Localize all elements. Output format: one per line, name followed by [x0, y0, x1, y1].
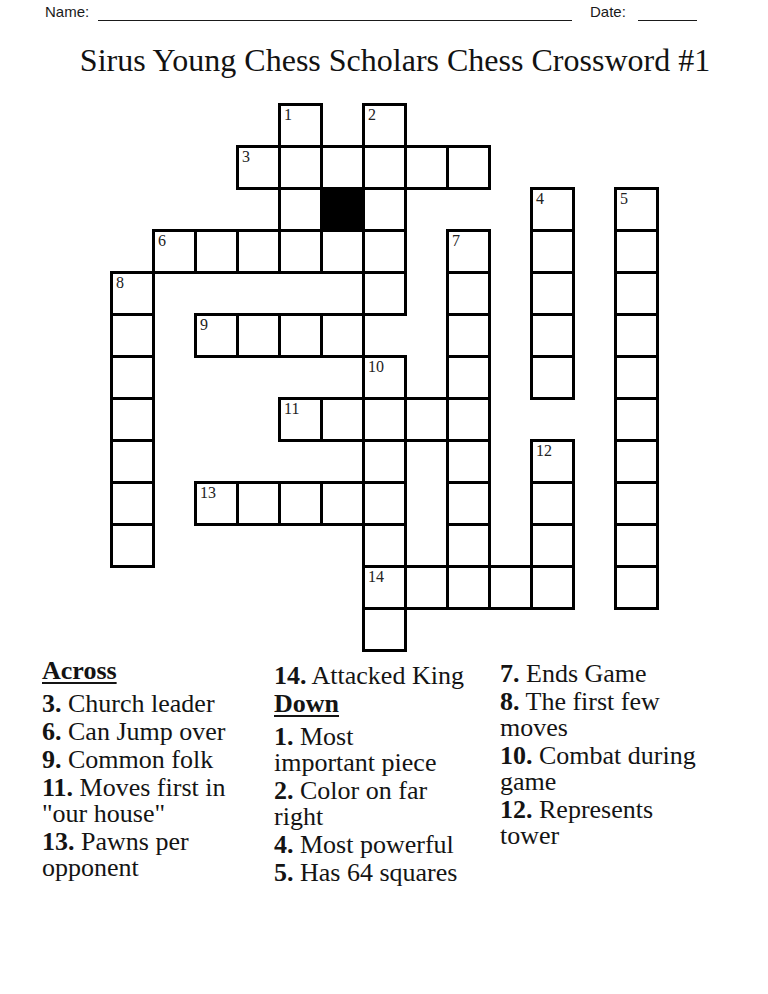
grid-cell[interactable]: 13: [194, 481, 239, 526]
grid-clue-number: 9: [200, 317, 208, 333]
clue-text-line: 12. Represents: [500, 797, 750, 823]
grid-cell[interactable]: 8: [110, 271, 155, 316]
grid-cell[interactable]: [110, 523, 155, 568]
clue-text-line: tower: [500, 823, 750, 849]
grid-cell[interactable]: [236, 229, 281, 274]
crossword-grid: 1234567891011121314: [110, 103, 659, 652]
clues-column-1: Across3. Church leader6. Can Jump over9.…: [42, 658, 274, 883]
grid-cell[interactable]: [446, 481, 491, 526]
grid-cell[interactable]: [446, 355, 491, 400]
grid-cell[interactable]: [404, 565, 449, 610]
clue-text-line: 13. Pawns per: [42, 829, 274, 855]
grid-cell[interactable]: [362, 229, 407, 274]
grid-cell[interactable]: 7: [446, 229, 491, 274]
grid-cell[interactable]: [110, 313, 155, 358]
clue-text-line: 8. The first few: [500, 689, 750, 715]
clue-number: 6.: [42, 717, 62, 746]
grid-cell[interactable]: [614, 439, 659, 484]
grid-cell[interactable]: 9: [194, 313, 239, 358]
grid-cell[interactable]: [530, 313, 575, 358]
clue-text-line: 6. Can Jump over: [42, 719, 274, 745]
grid-cell[interactable]: [278, 481, 323, 526]
grid-cell[interactable]: [278, 145, 323, 190]
grid-clue-number: 6: [158, 233, 166, 249]
clue-6: 6. Can Jump over: [42, 719, 274, 745]
puzzle-title: Sirus Young Chess Scholars Chess Crosswo…: [11, 42, 768, 78]
grid-cell[interactable]: [362, 145, 407, 190]
grid-cell[interactable]: [362, 523, 407, 568]
clue-12: 12. Representstower: [500, 797, 750, 849]
grid-cell[interactable]: [320, 397, 365, 442]
black-cell: [320, 187, 365, 232]
grid-cell[interactable]: [446, 271, 491, 316]
grid-cell[interactable]: [236, 481, 281, 526]
grid-cell[interactable]: 12: [530, 439, 575, 484]
clue-11: 11. Moves first in"our house": [42, 775, 274, 827]
clues-column-3: 7. Ends Game8. The first fewmoves10. Com…: [500, 661, 750, 851]
clue-4: 4. Most powerful: [274, 832, 506, 858]
grid-cell[interactable]: [614, 271, 659, 316]
clue-text-line: 4. Most powerful: [274, 832, 506, 858]
grid-cell[interactable]: [320, 481, 365, 526]
clue-number: 12.: [500, 795, 533, 824]
clue-text-line: "our house": [42, 801, 274, 827]
grid-cell[interactable]: [614, 481, 659, 526]
grid-cell[interactable]: [278, 229, 323, 274]
clue-number: 10.: [500, 741, 533, 770]
grid-cell[interactable]: 2: [362, 103, 407, 148]
clue-2: 2. Color on farright: [274, 778, 506, 830]
grid-clue-number: 5: [620, 191, 628, 207]
grid-clue-number: 12: [536, 443, 552, 459]
clue-number: 8.: [500, 687, 520, 716]
grid-cell[interactable]: [530, 229, 575, 274]
clue-number: 7.: [500, 659, 520, 688]
clue-number: 1.: [274, 722, 294, 751]
name-label: Name:: [45, 3, 89, 20]
clue-10: 10. Combat duringgame: [500, 743, 750, 795]
clues-column-2: 14. Attacked KingDown1. Mostimportant pi…: [274, 663, 506, 888]
grid-cell[interactable]: [404, 145, 449, 190]
clue-text-line: 3. Church leader: [42, 691, 274, 717]
grid-cell[interactable]: [488, 565, 533, 610]
grid-cell[interactable]: [110, 439, 155, 484]
clues-down-header: Down: [274, 691, 506, 717]
clue-text-line: moves: [500, 715, 750, 741]
clue-text-line: game: [500, 769, 750, 795]
grid-clue-number: 7: [452, 233, 460, 249]
grid-cell[interactable]: [362, 607, 407, 652]
grid-cell[interactable]: [236, 313, 281, 358]
grid-cell[interactable]: 6: [152, 229, 197, 274]
date-label: Date:: [590, 3, 626, 20]
clue-text-line: 11. Moves first in: [42, 775, 274, 801]
grid-clue-number: 8: [116, 275, 124, 291]
grid-cell[interactable]: [614, 523, 659, 568]
grid-cell[interactable]: [404, 397, 449, 442]
clue-14: 14. Attacked King: [274, 663, 506, 689]
grid-cell[interactable]: 11: [278, 397, 323, 442]
grid-cell[interactable]: 3: [236, 145, 281, 190]
grid-clue-number: 13: [200, 485, 216, 501]
grid-cell[interactable]: [446, 145, 491, 190]
clue-number: 13.: [42, 827, 75, 856]
grid-clue-number: 1: [284, 107, 292, 123]
grid-clue-number: 11: [284, 401, 299, 417]
grid-cell[interactable]: [278, 187, 323, 232]
grid-cell[interactable]: [614, 565, 659, 610]
grid-cell[interactable]: [530, 355, 575, 400]
grid-cell[interactable]: 10: [362, 355, 407, 400]
clue-8: 8. The first fewmoves: [500, 689, 750, 741]
grid-clue-number: 4: [536, 191, 544, 207]
clue-number: 9.: [42, 745, 62, 774]
clue-number: 3.: [42, 689, 62, 718]
grid-cell[interactable]: [614, 397, 659, 442]
clue-9: 9. Common folk: [42, 747, 274, 773]
grid-cell[interactable]: [446, 565, 491, 610]
clue-13: 13. Pawns peropponent: [42, 829, 274, 881]
grid-cell[interactable]: [614, 313, 659, 358]
clue-number: 5.: [274, 858, 294, 887]
clues-across-header: Across: [42, 658, 274, 684]
grid-cell[interactable]: [530, 565, 575, 610]
grid-clue-number: 2: [368, 107, 376, 123]
grid-cell[interactable]: [320, 145, 365, 190]
grid-cell[interactable]: [362, 187, 407, 232]
grid-cell[interactable]: [362, 397, 407, 442]
grid-cell[interactable]: 5: [614, 187, 659, 232]
clue-text-line: opponent: [42, 855, 274, 881]
grid-cell[interactable]: [446, 523, 491, 568]
clue-text-line: 1. Most: [274, 724, 506, 750]
grid-cell[interactable]: [614, 229, 659, 274]
grid-cell[interactable]: [530, 481, 575, 526]
date-blank-line: [638, 20, 697, 21]
grid-cell[interactable]: [320, 313, 365, 358]
grid-cell[interactable]: [446, 439, 491, 484]
grid-cell[interactable]: [362, 271, 407, 316]
clue-text-line: 7. Ends Game: [500, 661, 750, 687]
clue-text-line: 9. Common folk: [42, 747, 274, 773]
grid-cell[interactable]: [110, 397, 155, 442]
clue-5: 5. Has 64 squares: [274, 860, 506, 886]
grid-cell[interactable]: [110, 355, 155, 400]
grid-clue-number: 3: [242, 149, 250, 165]
clue-number: 2.: [274, 776, 294, 805]
clue-1: 1. Mostimportant piece: [274, 724, 506, 776]
clue-text-line: 5. Has 64 squares: [274, 860, 506, 886]
grid-clue-number: 14: [368, 569, 384, 585]
grid-cell[interactable]: [530, 523, 575, 568]
clue-number: 4.: [274, 830, 294, 859]
grid-cell[interactable]: [446, 397, 491, 442]
grid-cell[interactable]: [446, 313, 491, 358]
worksheet-page: { "header": { "name_label": "Name:", "da…: [0, 0, 768, 994]
grid-cell[interactable]: 1: [278, 103, 323, 148]
grid-cell[interactable]: [110, 481, 155, 526]
grid-cell[interactable]: [278, 313, 323, 358]
clue-7: 7. Ends Game: [500, 661, 750, 687]
grid-cell[interactable]: [530, 271, 575, 316]
clue-text-line: important piece: [274, 750, 506, 776]
grid-cell[interactable]: 14: [362, 565, 407, 610]
clue-number: 14.: [274, 661, 307, 690]
clue-text-line: 14. Attacked King: [274, 663, 506, 689]
grid-clue-number: 10: [368, 359, 384, 375]
clue-text-line: 2. Color on far: [274, 778, 506, 804]
clue-text-line: right: [274, 804, 506, 830]
clue-text-line: 10. Combat during: [500, 743, 750, 769]
grid-cell[interactable]: [362, 481, 407, 526]
grid-cell[interactable]: [194, 229, 239, 274]
grid-cell[interactable]: 4: [530, 187, 575, 232]
clue-3: 3. Church leader: [42, 691, 274, 717]
grid-cell[interactable]: [362, 439, 407, 484]
grid-cell[interactable]: [320, 229, 365, 274]
grid-cell[interactable]: [614, 355, 659, 400]
clue-number: 11.: [42, 773, 73, 802]
name-blank-line: [98, 20, 572, 21]
